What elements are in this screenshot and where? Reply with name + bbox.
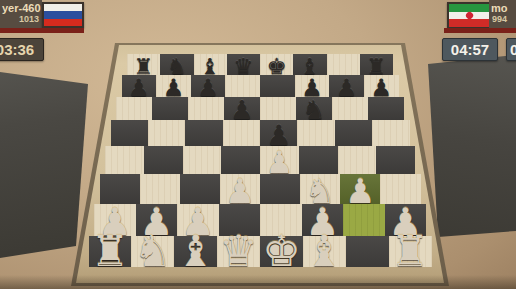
square-a1[interactable]: ♜ [89,236,132,267]
square-c1[interactable]: ♝ [174,236,217,267]
square-e4[interactable]: ♟ [260,146,299,174]
square-e8[interactable]: ♚ [260,54,293,75]
square-f4[interactable] [299,146,338,174]
square-g7[interactable]: ♟ [329,75,364,97]
square-b1[interactable]: ♞ [131,236,174,267]
square-e3[interactable] [260,174,300,204]
square-h6[interactable] [368,97,404,120]
square-b6[interactable] [152,97,188,120]
square-b5[interactable] [148,120,185,146]
left-panel-accent-bar [0,28,84,33]
left-player-panel: yer-460 1013 [0,0,84,33]
square-c6[interactable] [188,97,224,120]
board-rank-1: ♜♞♝♛♚♝♜ [89,236,432,267]
square-d5[interactable] [223,120,260,146]
square-e7[interactable] [260,75,295,97]
square-e6[interactable] [260,97,296,120]
white-bishop-piece[interactable]: ♝ [303,230,346,273]
square-f7[interactable]: ♟ [295,75,330,97]
square-g1[interactable] [346,236,389,267]
square-f5[interactable] [297,120,334,146]
white-rook-piece[interactable]: ♜ [89,230,132,273]
square-g5[interactable] [335,120,372,146]
white-king-piece[interactable]: ♚ [260,230,303,273]
square-f8[interactable]: ♝ [293,54,326,75]
square-c7[interactable]: ♟ [191,75,226,97]
foreground-shadow [0,275,516,289]
square-f1[interactable]: ♝ [303,236,346,267]
right-player-panel: mo 994 [444,0,516,33]
square-a5[interactable] [111,120,148,146]
right-player-secondary-clock: 0 [506,38,516,61]
square-a8[interactable]: ♜ [127,54,160,75]
square-b8[interactable]: ♞ [160,54,193,75]
square-g4[interactable] [338,146,377,174]
square-g6[interactable] [332,97,368,120]
board-rank-4: ♟ [105,146,415,174]
right-player-clock: 04:57 [442,38,498,61]
right-player-name: mo [489,2,516,14]
board-rank-5: ♟ [111,120,410,146]
square-h7[interactable]: ♟ [364,75,399,97]
board-rank-6: ♟♞ [116,97,404,120]
square-d8[interactable]: ♛ [227,54,260,75]
chess-app-screen: { "game": "chess", "position": "rnbqkb1r… [0,0,516,289]
square-d3[interactable]: ♟ [220,174,260,204]
square-d4[interactable] [221,146,260,174]
square-e5[interactable]: ♟ [260,120,297,146]
square-b4[interactable] [144,146,183,174]
chess-board[interactable]: ♜♞♝♛♚♝♜♟♟♟♟♟♟♟♞♟♟♟♞♟♟♟♟♟♟♜♞♝♛♚♝♜ [0,0,516,289]
square-h1[interactable]: ♜ [389,236,432,267]
square-g3[interactable]: ♟ [340,174,380,204]
left-player-clock: 03:36 [0,38,44,61]
square-a6[interactable] [116,97,152,120]
square-h5[interactable] [372,120,409,146]
iran-emblem-icon [464,11,474,21]
iran-flag-icon [447,2,491,29]
russia-flag-icon [42,2,84,28]
square-c8[interactable]: ♝ [194,54,227,75]
square-h8[interactable]: ♜ [360,54,393,75]
left-player-name-box: yer-460 1013 [0,0,42,28]
square-d6[interactable]: ♟ [224,97,260,120]
board-rank-7: ♟♟♟♟♟♟ [122,75,399,97]
white-queen-piece[interactable]: ♛ [217,230,260,273]
square-a7[interactable]: ♟ [122,75,157,97]
square-g2[interactable] [343,204,385,236]
left-player-name: yer-460 [0,2,42,14]
square-d1[interactable]: ♛ [217,236,260,267]
right-player-name-box: mo 994 [489,0,516,28]
square-c5[interactable] [185,120,222,146]
white-knight-piece[interactable]: ♞ [131,230,174,273]
left-player-rating: 1013 [0,14,42,24]
square-b7[interactable]: ♟ [156,75,191,97]
square-g8[interactable] [327,54,360,75]
white-bishop-piece[interactable]: ♝ [174,230,217,273]
square-c4[interactable] [183,146,222,174]
square-e1[interactable]: ♚ [260,236,303,267]
white-rook-piece[interactable]: ♜ [389,230,432,273]
square-f6[interactable]: ♞ [296,97,332,120]
right-panel-accent-bar [444,28,516,33]
square-d7[interactable] [225,75,260,97]
right-player-rating: 994 [489,14,516,24]
board-rank-8: ♜♞♝♛♚♝♜ [127,54,393,75]
square-a4[interactable] [105,146,144,174]
square-h4[interactable] [376,146,415,174]
